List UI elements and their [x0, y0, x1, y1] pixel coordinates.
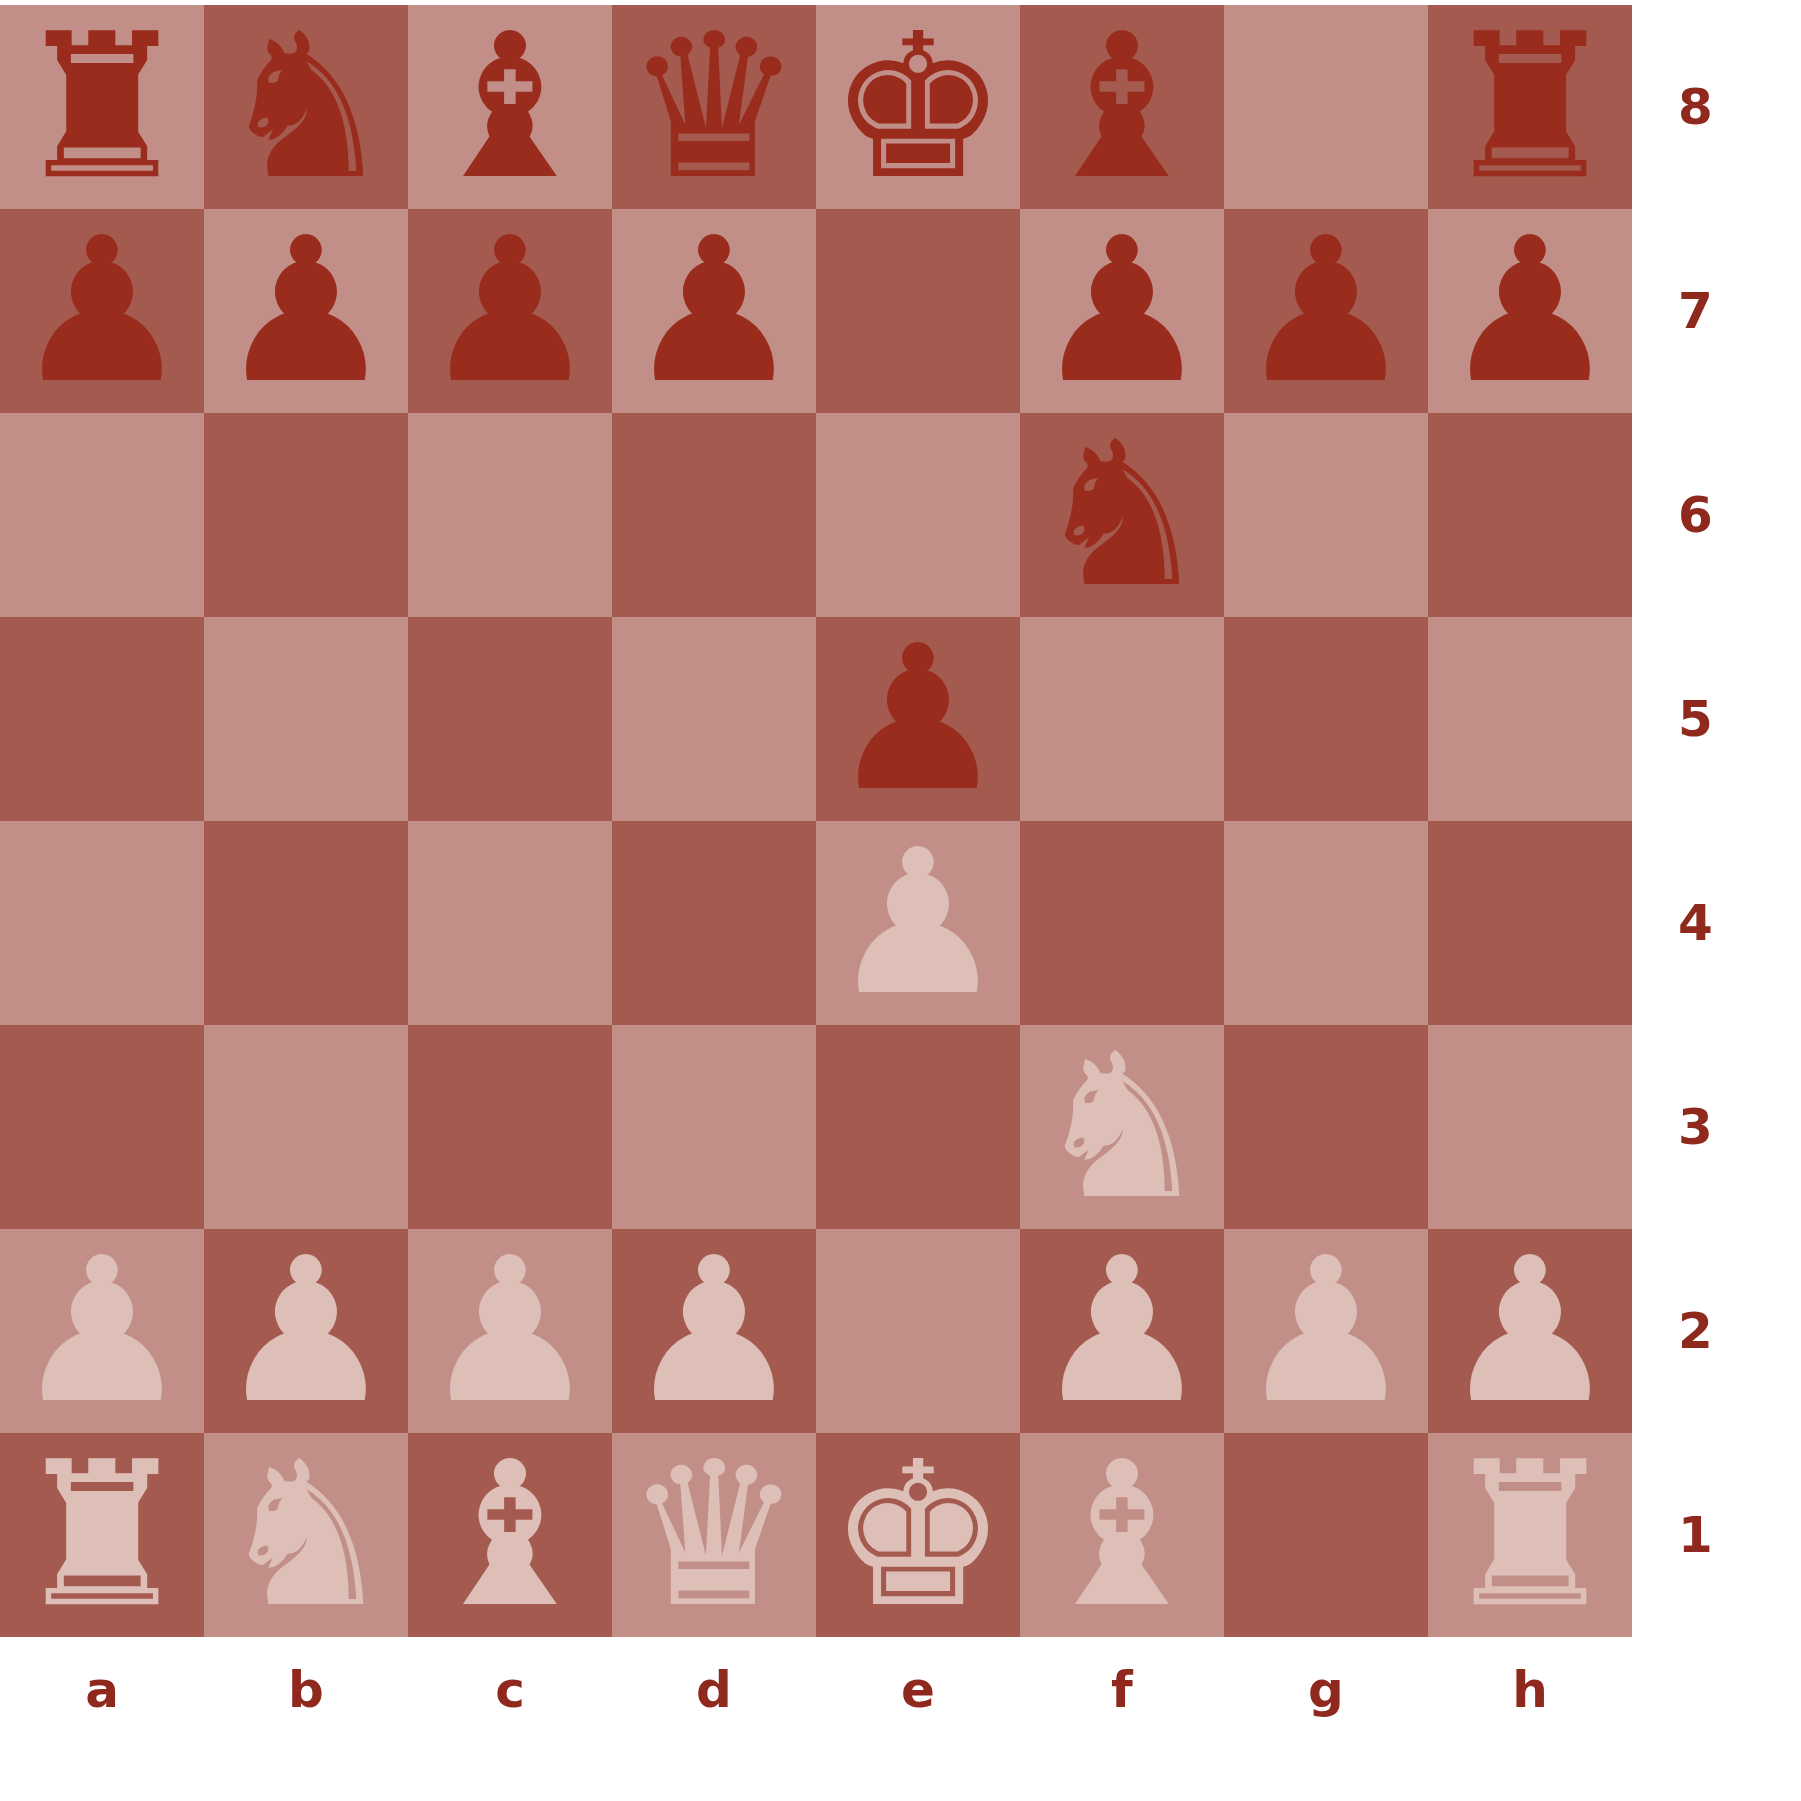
- square-h1[interactable]: ♜: [1428, 1433, 1632, 1637]
- square-f1[interactable]: ♝: [1020, 1433, 1224, 1637]
- square-f4[interactable]: [1020, 821, 1224, 1025]
- square-b7[interactable]: ♟: [204, 209, 408, 413]
- white-knight-b1[interactable]: ♞: [216, 1433, 395, 1637]
- square-f3[interactable]: ♞: [1020, 1025, 1224, 1229]
- square-f7[interactable]: ♟: [1020, 209, 1224, 413]
- square-f2[interactable]: ♟: [1020, 1229, 1224, 1433]
- rank-label-6: 6: [1633, 413, 1758, 617]
- square-e3[interactable]: [816, 1025, 1020, 1229]
- square-e8[interactable]: ♚: [816, 5, 1020, 209]
- black-pawn-e5[interactable]: ♟: [828, 617, 1007, 821]
- square-a5[interactable]: [0, 617, 204, 821]
- square-b6[interactable]: [204, 413, 408, 617]
- square-d6[interactable]: [612, 413, 816, 617]
- white-bishop-f1[interactable]: ♝: [1032, 1433, 1211, 1637]
- square-c2[interactable]: ♟: [408, 1229, 612, 1433]
- file-label-h: h: [1428, 1633, 1632, 1747]
- black-pawn-h7[interactable]: ♟: [1440, 209, 1619, 413]
- square-g5[interactable]: [1224, 617, 1428, 821]
- square-b2[interactable]: ♟: [204, 1229, 408, 1433]
- white-king-e1[interactable]: ♚: [828, 1433, 1007, 1637]
- white-pawn-b2[interactable]: ♟: [216, 1229, 395, 1433]
- black-bishop-c8[interactable]: ♝: [420, 5, 599, 209]
- square-a7[interactable]: ♟: [0, 209, 204, 413]
- white-pawn-g2[interactable]: ♟: [1236, 1229, 1415, 1433]
- square-e7[interactable]: [816, 209, 1020, 413]
- file-label-c: c: [408, 1633, 612, 1747]
- black-pawn-f7[interactable]: ♟: [1032, 209, 1211, 413]
- square-d4[interactable]: [612, 821, 816, 1025]
- square-a2[interactable]: ♟: [0, 1229, 204, 1433]
- file-label-a: a: [0, 1633, 204, 1747]
- square-g6[interactable]: [1224, 413, 1428, 617]
- square-h4[interactable]: [1428, 821, 1632, 1025]
- black-pawn-g7[interactable]: ♟: [1236, 209, 1415, 413]
- square-c6[interactable]: [408, 413, 612, 617]
- white-pawn-e4[interactable]: ♟: [828, 821, 1007, 1025]
- square-g1[interactable]: [1224, 1433, 1428, 1637]
- rank-label-2: 2: [1633, 1229, 1758, 1433]
- rank-label-8: 8: [1633, 5, 1758, 209]
- square-g4[interactable]: [1224, 821, 1428, 1025]
- square-a8[interactable]: ♜: [0, 5, 204, 209]
- black-bishop-f8[interactable]: ♝: [1032, 5, 1211, 209]
- square-c7[interactable]: ♟: [408, 209, 612, 413]
- square-c3[interactable]: [408, 1025, 612, 1229]
- black-rook-h8[interactable]: ♜: [1440, 5, 1619, 209]
- black-knight-b8[interactable]: ♞: [216, 5, 395, 209]
- black-king-e8[interactable]: ♚: [828, 5, 1007, 209]
- square-b1[interactable]: ♞: [204, 1433, 408, 1637]
- black-queen-d8[interactable]: ♛: [624, 5, 803, 209]
- square-a6[interactable]: [0, 413, 204, 617]
- white-rook-a1[interactable]: ♜: [12, 1433, 191, 1637]
- rank-label-5: 5: [1633, 617, 1758, 821]
- square-h7[interactable]: ♟: [1428, 209, 1632, 413]
- black-pawn-d7[interactable]: ♟: [624, 209, 803, 413]
- square-g8[interactable]: [1224, 5, 1428, 209]
- white-pawn-h2[interactable]: ♟: [1440, 1229, 1619, 1433]
- square-d5[interactable]: [612, 617, 816, 821]
- file-label-e: e: [816, 1633, 1020, 1747]
- rank-labels: 87654321: [1633, 5, 1758, 1637]
- square-d3[interactable]: [612, 1025, 816, 1229]
- black-pawn-b7[interactable]: ♟: [216, 209, 395, 413]
- square-g7[interactable]: ♟: [1224, 209, 1428, 413]
- square-f5[interactable]: [1020, 617, 1224, 821]
- chess-diagram: ♜♞♝♛♚♝♜♟♟♟♟♟♟♟♞♟♟♞♟♟♟♟♟♟♟♜♞♝♛♚♝♜ 8765432…: [0, 0, 1801, 1801]
- file-label-d: d: [612, 1633, 816, 1747]
- black-pawn-a7[interactable]: ♟: [12, 209, 191, 413]
- square-h8[interactable]: ♜: [1428, 5, 1632, 209]
- file-labels: abcdefgh: [0, 1633, 1632, 1747]
- square-d8[interactable]: ♛: [612, 5, 816, 209]
- white-pawn-a2[interactable]: ♟: [12, 1229, 191, 1433]
- white-bishop-c1[interactable]: ♝: [420, 1433, 599, 1637]
- file-label-g: g: [1224, 1633, 1428, 1747]
- white-queen-d1[interactable]: ♛: [624, 1433, 803, 1637]
- square-h6[interactable]: [1428, 413, 1632, 617]
- white-pawn-c2[interactable]: ♟: [420, 1229, 599, 1433]
- file-label-b: b: [204, 1633, 408, 1747]
- square-f8[interactable]: ♝: [1020, 5, 1224, 209]
- black-rook-a8[interactable]: ♜: [12, 5, 191, 209]
- square-h3[interactable]: [1428, 1025, 1632, 1229]
- white-knight-f3[interactable]: ♞: [1032, 1025, 1211, 1229]
- square-e6[interactable]: [816, 413, 1020, 617]
- square-b8[interactable]: ♞: [204, 5, 408, 209]
- square-b3[interactable]: [204, 1025, 408, 1229]
- square-e1[interactable]: ♚: [816, 1433, 1020, 1637]
- square-e4[interactable]: ♟: [816, 821, 1020, 1025]
- square-a1[interactable]: ♜: [0, 1433, 204, 1637]
- square-h2[interactable]: ♟: [1428, 1229, 1632, 1433]
- file-label-f: f: [1020, 1633, 1224, 1747]
- rank-label-3: 3: [1633, 1025, 1758, 1229]
- square-a3[interactable]: [0, 1025, 204, 1229]
- white-pawn-d2[interactable]: ♟: [624, 1229, 803, 1433]
- square-d1[interactable]: ♛: [612, 1433, 816, 1637]
- square-e5[interactable]: ♟: [816, 617, 1020, 821]
- square-b5[interactable]: [204, 617, 408, 821]
- chess-board: ♜♞♝♛♚♝♜♟♟♟♟♟♟♟♞♟♟♞♟♟♟♟♟♟♟♜♞♝♛♚♝♜: [0, 5, 1632, 1637]
- square-d2[interactable]: ♟: [612, 1229, 816, 1433]
- square-a4[interactable]: [0, 821, 204, 1025]
- rank-label-7: 7: [1633, 209, 1758, 413]
- rank-label-1: 1: [1633, 1433, 1758, 1637]
- square-c1[interactable]: ♝: [408, 1433, 612, 1637]
- square-e2[interactable]: [816, 1229, 1020, 1433]
- square-g2[interactable]: ♟: [1224, 1229, 1428, 1433]
- square-d7[interactable]: ♟: [612, 209, 816, 413]
- square-b4[interactable]: [204, 821, 408, 1025]
- square-c4[interactable]: [408, 821, 612, 1025]
- square-c5[interactable]: [408, 617, 612, 821]
- square-f6[interactable]: ♞: [1020, 413, 1224, 617]
- square-c8[interactable]: ♝: [408, 5, 612, 209]
- square-h5[interactable]: [1428, 617, 1632, 821]
- white-pawn-f2[interactable]: ♟: [1032, 1229, 1211, 1433]
- rank-label-4: 4: [1633, 821, 1758, 1025]
- black-knight-f6[interactable]: ♞: [1032, 413, 1211, 617]
- white-rook-h1[interactable]: ♜: [1440, 1433, 1619, 1637]
- square-g3[interactable]: [1224, 1025, 1428, 1229]
- black-pawn-c7[interactable]: ♟: [420, 209, 599, 413]
